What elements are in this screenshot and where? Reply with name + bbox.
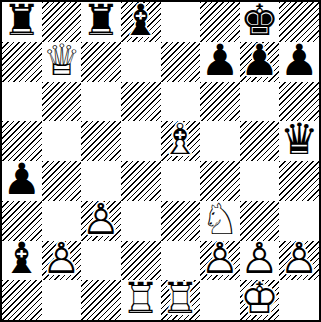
piece-white-pawn[interactable]: ♟♙ <box>279 241 319 281</box>
chess-board: ♜♜♝♚♛♕♟♟♟♝♗♛♟♟♙♞♘♝♟♙♟♙♟♙♟♙♜♖♜♖♚♔ <box>0 0 321 322</box>
piece-white-pawn[interactable]: ♟♙ <box>200 241 240 281</box>
square-a6[interactable] <box>2 82 42 122</box>
square-g3[interactable] <box>240 201 280 241</box>
black-pawn-icon: ♟ <box>280 42 319 82</box>
square-a8[interactable]: ♜ <box>2 2 42 42</box>
square-e8[interactable] <box>161 2 201 42</box>
square-b1[interactable] <box>42 280 82 320</box>
black-pawn-icon: ♟ <box>201 42 240 82</box>
square-h4[interactable] <box>279 161 319 201</box>
square-f2[interactable]: ♟♙ <box>200 241 240 281</box>
square-a4[interactable]: ♟ <box>2 161 42 201</box>
square-h8[interactable] <box>279 2 319 42</box>
black-bishop-icon: ♝ <box>3 241 42 281</box>
white-knight-icon: ♘ <box>201 201 240 241</box>
piece-black-king[interactable]: ♚ <box>240 2 280 42</box>
square-h5[interactable]: ♛ <box>279 121 319 161</box>
white-queen-icon: ♕ <box>42 42 81 82</box>
square-h3[interactable] <box>279 201 319 241</box>
square-b4[interactable] <box>42 161 82 201</box>
square-h2[interactable]: ♟♙ <box>279 241 319 281</box>
square-f7[interactable]: ♟ <box>200 42 240 82</box>
square-c5[interactable] <box>81 121 121 161</box>
square-d5[interactable] <box>121 121 161 161</box>
square-b2[interactable]: ♟♙ <box>42 241 82 281</box>
square-g8[interactable]: ♚ <box>240 2 280 42</box>
square-c4[interactable] <box>81 161 121 201</box>
black-queen-icon: ♛ <box>280 121 319 161</box>
square-f3[interactable]: ♞♘ <box>200 201 240 241</box>
piece-black-bishop[interactable]: ♝ <box>121 2 161 42</box>
white-pawn-icon: ♙ <box>240 241 279 281</box>
square-b5[interactable] <box>42 121 82 161</box>
square-c6[interactable] <box>81 82 121 122</box>
piece-white-pawn[interactable]: ♟♙ <box>240 241 280 281</box>
piece-black-pawn[interactable]: ♟ <box>279 42 319 82</box>
piece-black-pawn[interactable]: ♟ <box>200 42 240 82</box>
square-a5[interactable] <box>2 121 42 161</box>
piece-white-rook[interactable]: ♜♖ <box>121 280 161 320</box>
square-f4[interactable] <box>200 161 240 201</box>
square-g5[interactable] <box>240 121 280 161</box>
square-e6[interactable] <box>161 82 201 122</box>
square-d6[interactable] <box>121 82 161 122</box>
black-rook-icon: ♜ <box>82 2 121 42</box>
square-d1[interactable]: ♜♖ <box>121 280 161 320</box>
square-h1[interactable] <box>279 280 319 320</box>
square-a2[interactable]: ♝ <box>2 241 42 281</box>
black-pawn-icon: ♟ <box>3 161 42 201</box>
piece-white-bishop[interactable]: ♝♗ <box>161 121 201 161</box>
square-c7[interactable] <box>81 42 121 82</box>
square-f6[interactable] <box>200 82 240 122</box>
white-rook-icon: ♖ <box>161 280 200 320</box>
square-c3[interactable]: ♟♙ <box>81 201 121 241</box>
square-e7[interactable] <box>161 42 201 82</box>
square-a1[interactable] <box>2 280 42 320</box>
square-g4[interactable] <box>240 161 280 201</box>
black-king-icon: ♚ <box>240 2 279 42</box>
piece-black-bishop[interactable]: ♝ <box>2 241 42 281</box>
square-b8[interactable] <box>42 2 82 42</box>
square-f1[interactable] <box>200 280 240 320</box>
piece-black-rook[interactable]: ♜ <box>81 2 121 42</box>
square-a3[interactable] <box>2 201 42 241</box>
white-pawn-icon: ♙ <box>201 241 240 281</box>
white-pawn-icon: ♙ <box>42 241 81 281</box>
white-rook-icon: ♖ <box>121 280 160 320</box>
square-e3[interactable] <box>161 201 201 241</box>
white-king-icon: ♔ <box>240 280 279 320</box>
square-h7[interactable]: ♟ <box>279 42 319 82</box>
piece-black-rook[interactable]: ♜ <box>2 2 42 42</box>
square-e1[interactable]: ♜♖ <box>161 280 201 320</box>
square-e4[interactable] <box>161 161 201 201</box>
piece-white-queen[interactable]: ♛♕ <box>42 42 82 82</box>
square-h6[interactable] <box>279 82 319 122</box>
piece-white-knight[interactable]: ♞♘ <box>200 201 240 241</box>
square-b7[interactable]: ♛♕ <box>42 42 82 82</box>
piece-white-rook[interactable]: ♜♖ <box>161 280 201 320</box>
piece-white-pawn[interactable]: ♟♙ <box>81 201 121 241</box>
piece-black-queen[interactable]: ♛ <box>279 121 319 161</box>
black-bishop-icon: ♝ <box>121 2 160 42</box>
square-f8[interactable] <box>200 2 240 42</box>
piece-black-pawn[interactable]: ♟ <box>2 161 42 201</box>
square-g6[interactable] <box>240 82 280 122</box>
square-d8[interactable]: ♝ <box>121 2 161 42</box>
square-c8[interactable]: ♜ <box>81 2 121 42</box>
square-a7[interactable] <box>2 42 42 82</box>
piece-black-pawn[interactable]: ♟ <box>240 42 280 82</box>
black-rook-icon: ♜ <box>3 2 42 42</box>
white-bishop-icon: ♗ <box>161 121 200 161</box>
black-pawn-icon: ♟ <box>240 42 279 82</box>
square-d3[interactable] <box>121 201 161 241</box>
chess-diagram: ♜♜♝♚♛♕♟♟♟♝♗♛♟♟♙♞♘♝♟♙♟♙♟♙♟♙♜♖♜♖♚♔ <box>0 0 321 322</box>
square-b6[interactable] <box>42 82 82 122</box>
square-d4[interactable] <box>121 161 161 201</box>
square-f5[interactable] <box>200 121 240 161</box>
square-g2[interactable]: ♟♙ <box>240 241 280 281</box>
piece-white-king[interactable]: ♚♔ <box>240 280 280 320</box>
square-e5[interactable]: ♝♗ <box>161 121 201 161</box>
square-c1[interactable] <box>81 280 121 320</box>
square-g1[interactable]: ♚♔ <box>240 280 280 320</box>
square-c2[interactable] <box>81 241 121 281</box>
white-pawn-icon: ♙ <box>280 241 319 281</box>
square-e2[interactable] <box>161 241 201 281</box>
square-d2[interactable] <box>121 241 161 281</box>
square-b3[interactable] <box>42 201 82 241</box>
square-g7[interactable]: ♟ <box>240 42 280 82</box>
white-pawn-icon: ♙ <box>82 201 121 241</box>
piece-white-pawn[interactable]: ♟♙ <box>42 241 82 281</box>
square-d7[interactable] <box>121 42 161 82</box>
